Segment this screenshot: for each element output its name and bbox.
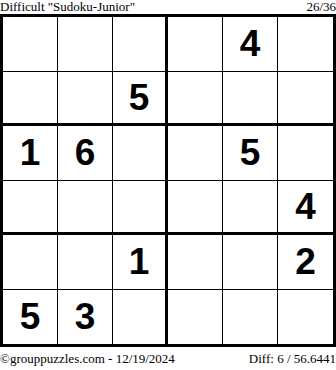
cell-r6c6[interactable] xyxy=(278,290,333,345)
copyright-date: ©grouppuzzles.com - 12/19/2024 xyxy=(0,347,175,370)
cell-r5c3[interactable]: 1 xyxy=(113,235,168,290)
cell-r4c5[interactable] xyxy=(223,181,278,236)
cell-r3c5[interactable]: 5 xyxy=(223,126,278,181)
difficulty-rating: Diff: 6 / 56.6441 xyxy=(249,347,336,370)
cell-r3c3[interactable] xyxy=(113,126,168,181)
cell-r1c6[interactable] xyxy=(278,17,333,72)
cell-r3c1[interactable]: 1 xyxy=(3,126,58,181)
cell-r6c1[interactable]: 5 xyxy=(3,290,58,345)
cell-r3c2[interactable]: 6 xyxy=(58,126,113,181)
cell-r2c5[interactable] xyxy=(223,72,278,127)
cell-r2c2[interactable] xyxy=(58,72,113,127)
puzzle-footer: ©grouppuzzles.com - 12/19/2024 Diff: 6 /… xyxy=(0,347,336,370)
cell-r2c3[interactable]: 5 xyxy=(113,72,168,127)
cell-r5c4[interactable] xyxy=(168,235,223,290)
cell-r2c1[interactable] xyxy=(3,72,58,127)
cell-r4c6[interactable]: 4 xyxy=(278,181,333,236)
cell-r1c2[interactable] xyxy=(58,17,113,72)
cell-r6c4[interactable] xyxy=(168,290,223,345)
cell-r6c3[interactable] xyxy=(113,290,168,345)
blank-cell-count: 26/36 xyxy=(306,0,336,13)
cell-r5c5[interactable] xyxy=(223,235,278,290)
cell-r3c4[interactable] xyxy=(168,126,223,181)
cell-r4c4[interactable] xyxy=(168,181,223,236)
cell-r2c4[interactable] xyxy=(168,72,223,127)
puzzle-title: Difficult "Sudoku-Junior" xyxy=(0,0,135,13)
puzzle-header: Difficult "Sudoku-Junior" 26/36 xyxy=(0,0,336,14)
cell-r4c3[interactable] xyxy=(113,181,168,236)
cell-r4c2[interactable] xyxy=(58,181,113,236)
cell-r2c6[interactable] xyxy=(278,72,333,127)
cell-r6c5[interactable] xyxy=(223,290,278,345)
cell-r1c3[interactable] xyxy=(113,17,168,72)
cell-r5c6[interactable]: 2 xyxy=(278,235,333,290)
cell-r1c1[interactable] xyxy=(3,17,58,72)
cell-r5c1[interactable] xyxy=(3,235,58,290)
puzzle-page: Difficult "Sudoku-Junior" 26/36 45165412… xyxy=(0,0,336,370)
sudoku-board: 4516541253 xyxy=(0,14,336,347)
cell-r1c5[interactable]: 4 xyxy=(223,17,278,72)
cell-r5c2[interactable] xyxy=(58,235,113,290)
cell-r4c1[interactable] xyxy=(3,181,58,236)
cell-r3c6[interactable] xyxy=(278,126,333,181)
cell-r1c4[interactable] xyxy=(168,17,223,72)
cell-r6c2[interactable]: 3 xyxy=(58,290,113,345)
